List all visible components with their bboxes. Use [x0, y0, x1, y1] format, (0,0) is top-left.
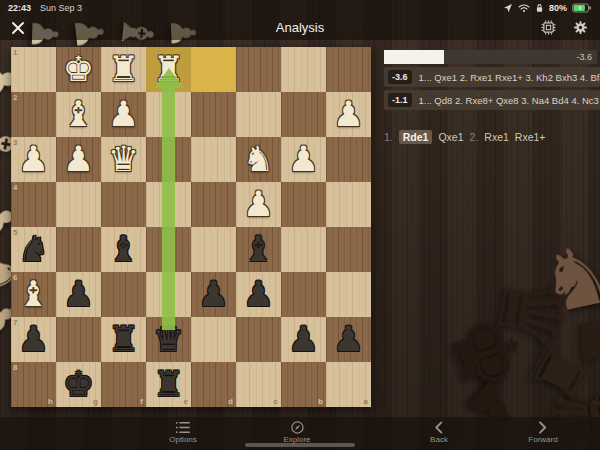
options-list-icon	[175, 421, 190, 434]
square-g5[interactable]	[56, 227, 101, 272]
black-bishop-f5[interactable]: ♝	[101, 227, 146, 272]
black-queen-e7[interactable]: ♛	[146, 317, 191, 362]
toolbar-options-button[interactable]: Options	[169, 421, 197, 444]
square-c5[interactable]: ♝	[236, 227, 281, 272]
rank-label-4: 4	[13, 183, 17, 192]
file-label-b: b	[318, 397, 323, 406]
engine-line-eval: -3.6	[388, 70, 412, 84]
black-rook-f7[interactable]: ♜	[101, 317, 146, 362]
square-c1[interactable]	[236, 47, 281, 92]
move-list: 1.Rde1Qxe12.Rxe1Rxe1+	[384, 130, 598, 144]
square-f1[interactable]: ♜	[101, 47, 146, 92]
engine-chip-icon[interactable]	[541, 20, 556, 35]
file-label-h: h	[48, 397, 53, 406]
move-Rde1[interactable]: Rde1	[399, 130, 433, 144]
square-d5[interactable]	[191, 227, 236, 272]
square-a7[interactable]: ♟	[326, 317, 371, 362]
square-f3[interactable]: ♛	[101, 137, 146, 182]
square-d7[interactable]	[191, 317, 236, 362]
square-h4[interactable]: 4	[11, 182, 56, 227]
rank-label-3: 3	[13, 138, 17, 147]
square-d3[interactable]	[191, 137, 236, 182]
engine-line-moves: 1... Qxe1 2. Rxe1 Rxe1+ 3. Kh2 Bxh3 4. B…	[419, 72, 600, 83]
white-pawn-b3[interactable]: ♟	[281, 137, 326, 182]
white-queen-f3[interactable]: ♛	[101, 137, 146, 182]
square-h3[interactable]: 3♟	[11, 137, 56, 182]
square-e4[interactable]	[146, 182, 191, 227]
engine-line-moves: 1... Qd8 2. Rxe8+ Qxe8 3. Na4 Bd4 4. Nc3…	[419, 95, 600, 106]
square-b6[interactable]	[281, 272, 326, 317]
white-pawn-f2[interactable]: ♟	[101, 92, 146, 137]
chess-board[interactable]: 1♚♜♜2♝♟♟3♟♟♛♞♟4♟5♞♝♝6♝♟♟♟7♟♜♛♟♟8hg♚fe♜dc…	[11, 47, 371, 407]
decorative-piece: ♜	[514, 329, 600, 417]
toolbar-explore-button[interactable]: Explore	[283, 421, 310, 444]
square-d8[interactable]: d	[191, 362, 236, 407]
page-title: Analysis	[0, 20, 600, 35]
black-bishop-c5[interactable]: ♝	[236, 227, 281, 272]
square-c8[interactable]: c	[236, 362, 281, 407]
white-pawn-g3[interactable]: ♟	[56, 137, 101, 182]
square-c6[interactable]: ♟	[236, 272, 281, 317]
analysis-screen: ♟♟♝♟♟♝♟♞♟♛♞♚♜♟♟♛♝♚ 1♚♜♜2♝♟♟3♟♟♛♞♟4♟5♞♝♝6…	[0, 0, 600, 450]
orientation-lock-icon	[535, 3, 544, 13]
black-pawn-b7[interactable]: ♟	[281, 317, 326, 362]
explore-compass-icon	[290, 421, 304, 434]
square-a1[interactable]	[326, 47, 371, 92]
toolbar-label: Back	[430, 435, 448, 444]
decorative-piece: ♚	[434, 303, 540, 403]
square-g6[interactable]: ♟	[56, 272, 101, 317]
square-c3[interactable]: ♞	[236, 137, 281, 182]
clock-time: 22:43	[8, 3, 31, 13]
file-label-c: c	[274, 397, 278, 406]
wifi-icon	[518, 3, 530, 13]
engine-line-eval: -1.1	[388, 93, 412, 107]
square-f6[interactable]	[101, 272, 146, 317]
move-number: 1.	[384, 131, 393, 143]
home-indicator[interactable]	[245, 443, 355, 447]
square-g7[interactable]	[56, 317, 101, 362]
square-d4[interactable]	[191, 182, 236, 227]
square-g1[interactable]: ♚	[56, 47, 101, 92]
square-d1[interactable]	[191, 47, 236, 92]
black-pawn-c6[interactable]: ♟	[236, 272, 281, 317]
square-b8[interactable]: b	[281, 362, 326, 407]
header: 22:43 Sun Sep 3 80% Analysis	[0, 0, 600, 40]
square-c7[interactable]	[236, 317, 281, 362]
white-knight-c3[interactable]: ♞	[236, 137, 281, 182]
square-e8[interactable]: e♜	[146, 362, 191, 407]
rank-label-1: 1	[13, 48, 17, 57]
white-bishop-g2[interactable]: ♝	[56, 92, 101, 137]
white-bishop-h6[interactable]: ♝	[11, 272, 56, 317]
status-bar: 22:43 Sun Sep 3 80%	[0, 0, 600, 15]
file-label-a: a	[364, 397, 368, 406]
square-b7[interactable]: ♟	[281, 317, 326, 362]
move-Qxe1[interactable]: Qxe1	[438, 131, 463, 143]
file-label-g: g	[93, 397, 98, 406]
white-king-g1[interactable]: ♚	[56, 47, 101, 92]
square-e1[interactable]: ♜	[146, 47, 191, 92]
black-knight-h5[interactable]: ♞	[11, 227, 56, 272]
square-b5[interactable]	[281, 227, 326, 272]
black-pawn-d6[interactable]: ♟	[191, 272, 236, 317]
square-e7[interactable]: ♛	[146, 317, 191, 362]
back-chevron-icon	[434, 421, 443, 434]
date-label: Sun Sep 3	[40, 3, 82, 13]
rank-label-6: 6	[13, 273, 17, 282]
black-pawn-h7[interactable]: ♟	[11, 317, 56, 362]
square-f2[interactable]: ♟	[101, 92, 146, 137]
square-a3[interactable]	[326, 137, 371, 182]
white-pawn-c4[interactable]: ♟	[236, 182, 281, 227]
black-pawn-g6[interactable]: ♟	[56, 272, 101, 317]
square-e2[interactable]	[146, 92, 191, 137]
square-c2[interactable]	[236, 92, 281, 137]
engine-line-1[interactable]: -3.61... Qxe1 2. Rxe1 Rxe1+ 3. Kh2 Bxh3 …	[384, 67, 600, 87]
evaluation-value: -3.6	[576, 52, 592, 62]
square-e6[interactable]	[146, 272, 191, 317]
forward-chevron-icon	[539, 421, 548, 434]
evaluation-bar-white-segment	[384, 50, 444, 64]
decorative-piece: ♟	[571, 312, 600, 370]
toolbar-label: Options	[169, 435, 197, 444]
engine-line-2[interactable]: -1.11... Qd8 2. Rxe8+ Qxe8 3. Na4 Bd4 4.…	[384, 90, 600, 110]
rank-label-5: 5	[13, 228, 17, 237]
file-label-e: e	[184, 397, 188, 406]
square-b1[interactable]	[281, 47, 326, 92]
location-icon	[503, 3, 513, 13]
toolbar-forward-button[interactable]: Forward	[528, 421, 557, 444]
square-b3[interactable]: ♟	[281, 137, 326, 182]
square-a5[interactable]	[326, 227, 371, 272]
white-pawn-h3[interactable]: ♟	[11, 137, 56, 182]
square-b4[interactable]	[281, 182, 326, 227]
decorative-piece: ♞	[532, 231, 600, 326]
square-f7[interactable]: ♜	[101, 317, 146, 362]
rank-label-8: 8	[13, 363, 17, 372]
square-f8[interactable]: f	[101, 362, 146, 407]
square-g2[interactable]: ♝	[56, 92, 101, 137]
square-a4[interactable]	[326, 182, 371, 227]
white-rook-e1[interactable]: ♜	[146, 47, 191, 92]
battery-percent: 80%	[549, 3, 567, 13]
square-a2[interactable]: ♟	[326, 92, 371, 137]
evaluation-bar: -3.6	[384, 50, 597, 64]
square-h5[interactable]: 5♞	[11, 227, 56, 272]
toolbar-label: Forward	[528, 435, 557, 444]
square-h2[interactable]: 2	[11, 92, 56, 137]
white-rook-f1[interactable]: ♜	[101, 47, 146, 92]
square-b2[interactable]	[281, 92, 326, 137]
square-d2[interactable]	[191, 92, 236, 137]
square-f5[interactable]: ♝	[101, 227, 146, 272]
move-Rxe1[interactable]: Rxe1+	[515, 131, 546, 143]
white-pawn-a2[interactable]: ♟	[326, 92, 371, 137]
toolbar-back-button[interactable]: Back	[430, 421, 448, 444]
square-d6[interactable]: ♟	[191, 272, 236, 317]
battery-charging-icon	[572, 3, 592, 13]
square-g8[interactable]: g♚	[56, 362, 101, 407]
square-g4[interactable]	[56, 182, 101, 227]
square-a8[interactable]: a	[326, 362, 371, 407]
move-Rxe1[interactable]: Rxe1	[484, 131, 509, 143]
file-label-d: d	[228, 397, 233, 406]
move-number: 2.	[470, 131, 479, 143]
square-h6[interactable]: 6♝	[11, 272, 56, 317]
square-h1[interactable]: 1	[11, 47, 56, 92]
square-h8[interactable]: 8h	[11, 362, 56, 407]
settings-gear-icon[interactable]	[573, 20, 588, 35]
nav-bar: Analysis	[0, 15, 600, 41]
square-h7[interactable]: 7♟	[11, 317, 56, 362]
square-e3[interactable]	[146, 137, 191, 182]
black-pawn-a7[interactable]: ♟	[326, 317, 371, 362]
square-g3[interactable]: ♟	[56, 137, 101, 182]
square-a6[interactable]	[326, 272, 371, 317]
square-e5[interactable]	[146, 227, 191, 272]
rank-label-2: 2	[13, 93, 17, 102]
square-f4[interactable]	[101, 182, 146, 227]
decorative-piece: ♛	[481, 266, 581, 359]
square-c4[interactable]: ♟	[236, 182, 281, 227]
file-label-f: f	[140, 397, 143, 406]
rank-label-7: 7	[13, 318, 17, 327]
